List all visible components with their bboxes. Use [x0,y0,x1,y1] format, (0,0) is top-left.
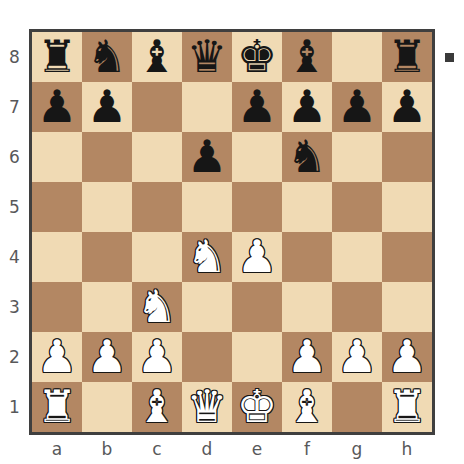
file-label-e: e [232,435,282,462]
square-a1[interactable]: ♜ [32,382,82,432]
square-f2[interactable]: ♟ [282,332,332,382]
square-h2[interactable]: ♟ [382,332,432,382]
file-label-d: d [182,435,232,462]
piece-black-pawn[interactable]: ♟ [187,134,227,179]
piece-white-pawn[interactable]: ♟ [337,334,377,379]
piece-white-rook[interactable]: ♜ [387,384,427,429]
square-b7[interactable]: ♟ [82,82,132,132]
piece-white-rook[interactable]: ♜ [37,384,77,429]
square-b2[interactable]: ♟ [82,332,132,382]
square-h8[interactable]: ♜ [382,32,432,82]
square-c2[interactable]: ♟ [132,332,182,382]
piece-white-king[interactable]: ♚ [237,384,277,429]
square-c5[interactable] [132,182,182,232]
square-a6[interactable] [32,132,82,182]
square-c7[interactable] [132,82,182,132]
square-g1[interactable] [332,382,382,432]
square-d6[interactable]: ♟ [182,132,232,182]
square-g5[interactable] [332,182,382,232]
square-a7[interactable]: ♟ [32,82,82,132]
square-f3[interactable] [282,282,332,332]
file-label-c: c [132,435,182,462]
square-g2[interactable]: ♟ [332,332,382,382]
rank-label-5: 5 [0,182,29,232]
square-g6[interactable] [332,132,382,182]
square-f6[interactable]: ♞ [282,132,332,182]
square-g8[interactable] [332,32,382,82]
piece-black-pawn[interactable]: ♟ [37,84,77,129]
file-label-h: h [382,435,432,462]
file-label-a: a [32,435,82,462]
rank-label-7: 7 [0,82,29,132]
rank-label-2: 2 [0,332,29,382]
square-h5[interactable] [382,182,432,232]
square-f4[interactable] [282,232,332,282]
square-f8[interactable]: ♝ [282,32,332,82]
piece-black-rook[interactable]: ♜ [37,34,77,79]
square-e7[interactable]: ♟ [232,82,282,132]
piece-white-bishop[interactable]: ♝ [137,384,177,429]
piece-white-bishop[interactable]: ♝ [287,384,327,429]
piece-black-rook[interactable]: ♜ [387,34,427,79]
piece-white-queen[interactable]: ♛ [187,384,227,429]
square-e4[interactable]: ♟ [232,232,282,282]
file-labels: abcdefgh [32,435,432,462]
square-e8[interactable]: ♚ [232,32,282,82]
square-b8[interactable]: ♞ [82,32,132,82]
rank-label-8: 8 [0,32,29,82]
piece-white-pawn[interactable]: ♟ [37,334,77,379]
chess-board: ♜♞♝♛♚♝♜♟♟♟♟♟♟♟♞♞♟♞♟♟♟♟♟♟♜♝♛♚♝♜ [29,29,435,435]
square-d1[interactable]: ♛ [182,382,232,432]
piece-black-knight[interactable]: ♞ [87,34,127,79]
square-a2[interactable]: ♟ [32,332,82,382]
square-e1[interactable]: ♚ [232,382,282,432]
piece-white-pawn[interactable]: ♟ [87,334,127,379]
rank-label-3: 3 [0,282,29,332]
square-f1[interactable]: ♝ [282,382,332,432]
chess-app-screen: 87654321 ♜♞♝♛♚♝♜♟♟♟♟♟♟♟♞♞♟♞♟♟♟♟♟♟♜♝♛♚♝♜ … [0,0,464,464]
square-e5[interactable] [232,182,282,232]
square-a4[interactable] [32,232,82,282]
piece-black-queen[interactable]: ♛ [187,34,227,79]
rank-label-4: 4 [0,232,29,282]
square-c8[interactable]: ♝ [132,32,182,82]
square-d7[interactable] [182,82,232,132]
square-d8[interactable]: ♛ [182,32,232,82]
file-label-b: b [82,435,132,462]
square-d4[interactable]: ♞ [182,232,232,282]
piece-white-pawn[interactable]: ♟ [387,334,427,379]
piece-white-knight[interactable]: ♞ [187,234,227,279]
piece-white-knight[interactable]: ♞ [137,284,177,329]
piece-black-pawn[interactable]: ♟ [237,84,277,129]
square-h7[interactable]: ♟ [382,82,432,132]
piece-white-pawn[interactable]: ♟ [137,334,177,379]
square-h1[interactable]: ♜ [382,382,432,432]
square-d3[interactable] [182,282,232,332]
square-b3[interactable] [82,282,132,332]
piece-white-pawn[interactable]: ♟ [237,234,277,279]
square-b4[interactable] [82,232,132,282]
square-d5[interactable] [182,182,232,232]
square-g4[interactable] [332,232,382,282]
piece-black-king[interactable]: ♚ [237,34,277,79]
file-label-f: f [282,435,332,462]
square-h6[interactable] [382,132,432,182]
rank-labels: 87654321 [0,32,29,432]
file-label-g: g [332,435,382,462]
square-h4[interactable] [382,232,432,282]
square-f7[interactable]: ♟ [282,82,332,132]
rank-label-1: 1 [0,382,29,432]
square-e2[interactable] [232,332,282,382]
square-b1[interactable] [82,382,132,432]
square-c6[interactable] [132,132,182,182]
square-c3[interactable]: ♞ [132,282,182,332]
square-g7[interactable]: ♟ [332,82,382,132]
piece-black-bishop[interactable]: ♝ [137,34,177,79]
piece-black-pawn[interactable]: ♟ [337,84,377,129]
square-a5[interactable] [32,182,82,232]
square-d2[interactable] [182,332,232,382]
square-f5[interactable] [282,182,332,232]
square-c1[interactable]: ♝ [132,382,182,432]
square-a3[interactable] [32,282,82,332]
side-to-move-indicator [445,53,454,62]
piece-black-pawn[interactable]: ♟ [387,84,427,129]
piece-white-pawn[interactable]: ♟ [287,334,327,379]
piece-black-pawn[interactable]: ♟ [287,84,327,129]
piece-black-knight[interactable]: ♞ [287,134,327,179]
piece-black-bishop[interactable]: ♝ [287,34,327,79]
square-b6[interactable] [82,132,132,182]
square-e6[interactable] [232,132,282,182]
square-b5[interactable] [82,182,132,232]
square-g3[interactable] [332,282,382,332]
square-e3[interactable] [232,282,282,332]
rank-label-6: 6 [0,132,29,182]
square-a8[interactable]: ♜ [32,32,82,82]
square-c4[interactable] [132,232,182,282]
square-h3[interactable] [382,282,432,332]
piece-black-pawn[interactable]: ♟ [87,84,127,129]
